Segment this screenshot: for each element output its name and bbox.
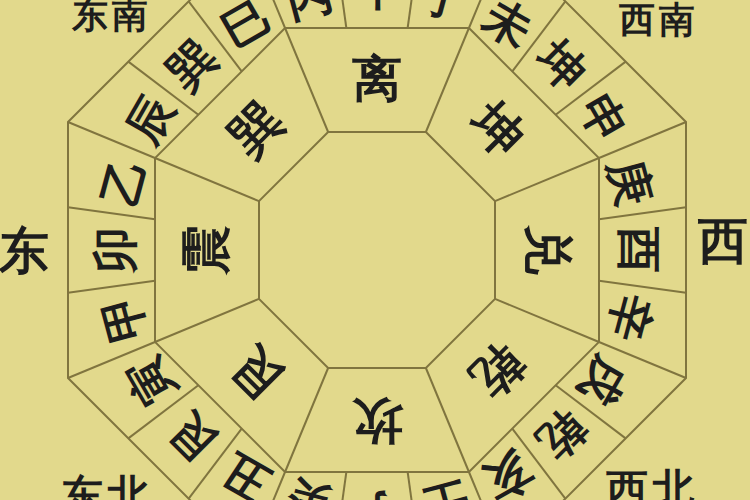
trigram-ring-corner-divider [426,368,469,472]
direction-label-southeast: 东南 [71,0,152,35]
mountain-zi: 子 [354,485,400,500]
trigram-gen: 艮 [218,333,294,409]
trigram-ring-corner-divider [155,158,259,201]
direction-label-northwest: 西北 [606,465,698,500]
bagua-compass-diagram: 午丁未坤申庚酉辛戌乾亥壬子癸丑艮寅甲卯乙辰巽巳丙 离坤兑乾坎艮震巽 东南西南东西… [0,0,750,500]
trigram-qian: 乾 [460,333,536,409]
trigram-ring-corner-divider [155,299,259,342]
trigram-kun: 坤 [458,89,536,167]
trigram-kan: 坎 [352,392,404,450]
direction-label-southwest: 西南 [618,0,699,40]
inner-octagon-border [259,132,495,368]
compass-svg: 午丁未坤申庚酉辛戌乾亥壬子癸丑艮寅甲卯乙辰巽巳丙 离坤兑乾坎艮震巽 东南西南东西… [0,0,750,500]
mountain-qian: 乾 [527,400,598,471]
trigram-ring-corner-divider [495,299,599,342]
mountain-ren: 壬 [416,471,475,500]
mountain-mao: 卯 [88,227,142,274]
mountain-ding: 丁 [415,0,474,29]
mountain-xin: 辛 [598,288,662,347]
mountain-yi: 乙 [92,153,156,211]
trigram-ring-corner-divider [495,158,599,201]
trigram-ring-corner-divider [426,28,469,132]
trigram-ring-corner-divider [285,28,328,132]
mountain-gen: 艮 [156,400,227,471]
mountain-gui: 癸 [280,471,340,500]
mountain-si: 巳 [213,0,280,58]
mountain-bing: 丙 [280,0,338,29]
trigram-zhen: 震 [177,225,235,276]
mountain-wei: 未 [474,0,542,58]
mountain-you: 酉 [612,226,666,273]
trigram-xun: 巽 [218,91,294,167]
direction-label-east: 东 [0,222,53,280]
mountain-jia: 甲 [92,289,156,347]
mountain-chou: 丑 [213,442,280,500]
mountain-wu: 午 [352,0,400,15]
trigram-li: 离 [352,50,402,108]
trigram-ring: 离坤兑乾坎艮震巽 [177,50,577,450]
direction-label-west: 西 [697,212,750,270]
mountain-xun: 巽 [156,29,227,100]
direction-label-northeast: 东北 [60,471,153,500]
trigram-ring-corner-divider [285,368,328,472]
trigram-dui: 兑 [519,224,577,275]
mountain-geng: 庚 [598,152,662,211]
mountain-hai: 亥 [475,442,543,500]
